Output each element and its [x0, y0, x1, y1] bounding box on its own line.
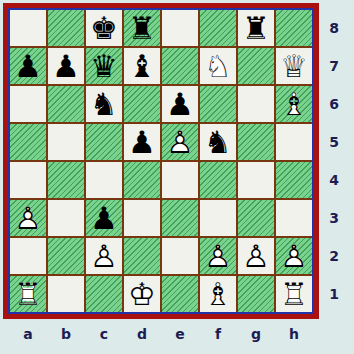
square-e6[interactable]: ♟	[162, 86, 198, 122]
square-d5[interactable]: ♟	[124, 124, 160, 160]
rank-label-4: 4	[321, 162, 347, 198]
square-e2[interactable]	[162, 238, 198, 274]
black-pawn-piece[interactable]: ♟	[124, 124, 160, 160]
square-b2[interactable]	[48, 238, 84, 274]
square-d6[interactable]	[124, 86, 160, 122]
rank-label-7: 7	[321, 48, 347, 84]
file-label-c: c	[86, 321, 122, 347]
square-a6[interactable]	[10, 86, 46, 122]
square-h5[interactable]	[276, 124, 312, 160]
white-queen-piece[interactable]: ♛♕	[276, 48, 312, 84]
square-g5[interactable]	[238, 124, 274, 160]
square-a8[interactable]	[10, 10, 46, 46]
file-label-f: f	[200, 321, 236, 347]
square-b3[interactable]	[48, 200, 84, 236]
white-pawn-piece[interactable]: ♟♙	[276, 238, 312, 274]
file-label-a: a	[10, 321, 46, 347]
square-b5[interactable]	[48, 124, 84, 160]
rank-label-2: 2	[321, 238, 347, 274]
white-pawn-piece[interactable]: ♟♙	[200, 238, 236, 274]
rank-label-5: 5	[321, 124, 347, 160]
rank-label-3: 3	[321, 200, 347, 236]
square-e3[interactable]	[162, 200, 198, 236]
white-rook-piece[interactable]: ♜♖	[276, 276, 312, 312]
square-g4[interactable]	[238, 162, 274, 198]
chess-diagram-page: ♚♜♜♟♟♛♝♞♘♛♕♞♟♝♗♟♟♙♞♟♙♟♟♙♟♙♟♙♟♙♜♖♚♔♝♗♜♖ a…	[0, 0, 354, 354]
white-pawn-piece[interactable]: ♟♙	[162, 124, 198, 160]
square-a1[interactable]: ♜♖	[10, 276, 46, 312]
square-c1[interactable]	[86, 276, 122, 312]
board-frame: ♚♜♜♟♟♛♝♞♘♛♕♞♟♝♗♟♟♙♞♟♙♟♟♙♟♙♟♙♟♙♜♖♚♔♝♗♜♖	[3, 3, 319, 319]
black-rook-piece[interactable]: ♜	[124, 10, 160, 46]
square-d1[interactable]: ♚♔	[124, 276, 160, 312]
square-c7[interactable]: ♛	[86, 48, 122, 84]
square-c4[interactable]	[86, 162, 122, 198]
square-b8[interactable]	[48, 10, 84, 46]
file-label-g: g	[238, 321, 274, 347]
square-c2[interactable]: ♟♙	[86, 238, 122, 274]
file-label-e: e	[162, 321, 198, 347]
white-bishop-piece[interactable]: ♝♗	[200, 276, 236, 312]
black-queen-piece[interactable]: ♛	[86, 48, 122, 84]
square-g1[interactable]	[238, 276, 274, 312]
square-d7[interactable]: ♝	[124, 48, 160, 84]
square-e5[interactable]: ♟♙	[162, 124, 198, 160]
square-e8[interactable]	[162, 10, 198, 46]
square-b4[interactable]	[48, 162, 84, 198]
white-rook-piece[interactable]: ♜♖	[10, 276, 46, 312]
square-d2[interactable]	[124, 238, 160, 274]
rank-label-1: 1	[321, 276, 347, 312]
square-b7[interactable]: ♟	[48, 48, 84, 84]
square-f2[interactable]: ♟♙	[200, 238, 236, 274]
file-labels: abcdefgh	[10, 321, 312, 347]
square-h8[interactable]	[276, 10, 312, 46]
square-g3[interactable]	[238, 200, 274, 236]
square-c5[interactable]	[86, 124, 122, 160]
board-inner-frame: ♚♜♜♟♟♛♝♞♘♛♕♞♟♝♗♟♟♙♞♟♙♟♟♙♟♙♟♙♟♙♜♖♚♔♝♗♜♖	[8, 8, 314, 314]
square-e4[interactable]	[162, 162, 198, 198]
file-label-h: h	[276, 321, 312, 347]
white-knight-piece[interactable]: ♞♘	[200, 48, 236, 84]
square-f6[interactable]	[200, 86, 236, 122]
white-bishop-piece[interactable]: ♝♗	[276, 86, 312, 122]
file-label-b: b	[48, 321, 84, 347]
square-b1[interactable]	[48, 276, 84, 312]
white-pawn-piece[interactable]: ♟♙	[238, 238, 274, 274]
square-f4[interactable]	[200, 162, 236, 198]
square-h4[interactable]	[276, 162, 312, 198]
black-king-piece[interactable]: ♚	[86, 10, 122, 46]
black-knight-piece[interactable]: ♞	[200, 124, 236, 160]
rank-label-6: 6	[321, 86, 347, 122]
square-h2[interactable]: ♟♙	[276, 238, 312, 274]
square-f1[interactable]: ♝♗	[200, 276, 236, 312]
square-h7[interactable]: ♛♕	[276, 48, 312, 84]
square-a3[interactable]: ♟♙	[10, 200, 46, 236]
square-g8[interactable]: ♜	[238, 10, 274, 46]
rank-label-8: 8	[321, 10, 347, 46]
square-d4[interactable]	[124, 162, 160, 198]
black-bishop-piece[interactable]: ♝	[124, 48, 160, 84]
square-a4[interactable]	[10, 162, 46, 198]
square-f5[interactable]: ♞	[200, 124, 236, 160]
file-label-d: d	[124, 321, 160, 347]
black-pawn-piece[interactable]: ♟	[162, 86, 198, 122]
white-king-piece[interactable]: ♚♔	[124, 276, 160, 312]
square-a7[interactable]: ♟	[10, 48, 46, 84]
black-knight-piece[interactable]: ♞	[86, 86, 122, 122]
square-h6[interactable]: ♝♗	[276, 86, 312, 122]
black-pawn-piece[interactable]: ♟	[86, 200, 122, 236]
square-e7[interactable]	[162, 48, 198, 84]
square-g2[interactable]: ♟♙	[238, 238, 274, 274]
square-c8[interactable]: ♚	[86, 10, 122, 46]
square-d8[interactable]: ♜	[124, 10, 160, 46]
square-f7[interactable]: ♞♘	[200, 48, 236, 84]
square-c3[interactable]: ♟	[86, 200, 122, 236]
square-c6[interactable]: ♞	[86, 86, 122, 122]
square-g6[interactable]	[238, 86, 274, 122]
square-b6[interactable]	[48, 86, 84, 122]
square-f8[interactable]	[200, 10, 236, 46]
black-rook-piece[interactable]: ♜	[238, 10, 274, 46]
square-h3[interactable]	[276, 200, 312, 236]
square-d3[interactable]	[124, 200, 160, 236]
square-h1[interactable]: ♜♖	[276, 276, 312, 312]
white-pawn-piece[interactable]: ♟♙	[10, 200, 46, 236]
square-e1[interactable]	[162, 276, 198, 312]
square-f3[interactable]	[200, 200, 236, 236]
black-pawn-piece[interactable]: ♟	[48, 48, 84, 84]
chess-board: ♚♜♜♟♟♛♝♞♘♛♕♞♟♝♗♟♟♙♞♟♙♟♟♙♟♙♟♙♟♙♜♖♚♔♝♗♜♖	[10, 10, 312, 312]
black-pawn-piece[interactable]: ♟	[10, 48, 46, 84]
square-g7[interactable]	[238, 48, 274, 84]
square-a5[interactable]	[10, 124, 46, 160]
square-a2[interactable]	[10, 238, 46, 274]
white-pawn-piece[interactable]: ♟♙	[86, 238, 122, 274]
rank-labels: 87654321	[321, 10, 347, 312]
